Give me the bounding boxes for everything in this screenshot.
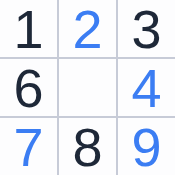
digit-r1c2: 2 — [72, 2, 102, 56]
sudoku-board: 1 2 3 6 4 7 8 9 — [0, 0, 175, 175]
digit-r1c3: 3 — [131, 2, 161, 56]
cell-r1c1[interactable]: 1 — [0, 0, 57, 57]
cell-r2c3[interactable]: 4 — [118, 59, 175, 116]
digit-r1c1: 1 — [13, 2, 43, 56]
cell-r3c3[interactable]: 9 — [118, 118, 175, 175]
digit-r2c3: 4 — [131, 61, 161, 115]
cell-r2c1[interactable]: 6 — [0, 59, 57, 116]
cell-r3c1[interactable]: 7 — [0, 118, 57, 175]
cell-r2c2[interactable] — [59, 59, 116, 116]
digit-r3c3: 9 — [131, 120, 161, 174]
cell-r3c2[interactable]: 8 — [59, 118, 116, 175]
digit-r3c1: 7 — [13, 120, 43, 174]
cell-r1c3[interactable]: 3 — [118, 0, 175, 57]
digit-r2c1: 6 — [13, 61, 43, 115]
digit-r3c2: 8 — [72, 120, 102, 174]
cell-r1c2[interactable]: 2 — [59, 0, 116, 57]
